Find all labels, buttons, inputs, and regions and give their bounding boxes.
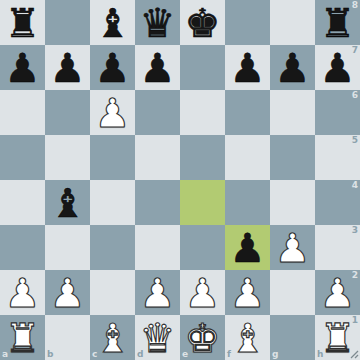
piece-black-pawn[interactable]: ♟ <box>270 45 315 90</box>
square-b8[interactable] <box>45 0 90 45</box>
piece-black-pawn[interactable]: ♟ <box>135 45 180 90</box>
square-c8[interactable]: ♝ <box>90 0 135 45</box>
square-f7[interactable]: ♟ <box>225 45 270 90</box>
piece-white-rook[interactable]: ♜ <box>0 315 45 360</box>
square-d2[interactable]: ♟ <box>135 270 180 315</box>
square-f4[interactable] <box>225 180 270 225</box>
square-e1[interactable]: ♚e <box>180 315 225 360</box>
file-label-g: g <box>272 350 278 359</box>
rank-label-5: 5 <box>352 136 358 145</box>
square-h7[interactable]: ♟7 <box>315 45 360 90</box>
piece-white-pawn[interactable]: ♟ <box>90 90 135 135</box>
square-c2[interactable] <box>90 270 135 315</box>
piece-black-rook[interactable]: ♜ <box>315 0 360 45</box>
square-h4[interactable]: 4 <box>315 180 360 225</box>
piece-white-pawn[interactable]: ♟ <box>45 270 90 315</box>
square-h8[interactable]: ♜8 <box>315 0 360 45</box>
square-e3[interactable] <box>180 225 225 270</box>
piece-white-pawn[interactable]: ♟ <box>135 270 180 315</box>
square-e8[interactable]: ♚ <box>180 0 225 45</box>
square-g1[interactable]: g <box>270 315 315 360</box>
square-g6[interactable] <box>270 90 315 135</box>
piece-white-pawn[interactable]: ♟ <box>315 270 360 315</box>
square-a2[interactable]: ♟ <box>0 270 45 315</box>
square-a6[interactable] <box>0 90 45 135</box>
square-a8[interactable]: ♜ <box>0 0 45 45</box>
square-h5[interactable]: 5 <box>315 135 360 180</box>
square-f8[interactable] <box>225 0 270 45</box>
square-e4[interactable] <box>180 180 225 225</box>
square-f2[interactable]: ♟ <box>225 270 270 315</box>
piece-black-pawn[interactable]: ♟ <box>225 225 270 270</box>
piece-white-pawn[interactable]: ♟ <box>0 270 45 315</box>
square-g2[interactable] <box>270 270 315 315</box>
piece-white-king[interactable]: ♚ <box>180 315 225 360</box>
square-c7[interactable]: ♟ <box>90 45 135 90</box>
square-c4[interactable] <box>90 180 135 225</box>
square-a7[interactable]: ♟ <box>0 45 45 90</box>
square-b5[interactable] <box>45 135 90 180</box>
square-a1[interactable]: ♜a <box>0 315 45 360</box>
piece-black-bishop[interactable]: ♝ <box>45 180 90 225</box>
square-b3[interactable] <box>45 225 90 270</box>
square-b4[interactable]: ♝ <box>45 180 90 225</box>
piece-black-pawn[interactable]: ♟ <box>45 45 90 90</box>
square-c1[interactable]: ♝c <box>90 315 135 360</box>
square-a3[interactable] <box>0 225 45 270</box>
square-b6[interactable] <box>45 90 90 135</box>
square-g3[interactable]: ♟ <box>270 225 315 270</box>
square-b1[interactable]: b <box>45 315 90 360</box>
square-c3[interactable] <box>90 225 135 270</box>
square-h3[interactable]: 3 <box>315 225 360 270</box>
square-g5[interactable] <box>270 135 315 180</box>
square-f6[interactable] <box>225 90 270 135</box>
square-d6[interactable] <box>135 90 180 135</box>
square-c6[interactable]: ♟ <box>90 90 135 135</box>
piece-black-pawn[interactable]: ♟ <box>0 45 45 90</box>
square-b2[interactable]: ♟ <box>45 270 90 315</box>
square-d1[interactable]: ♛d <box>135 315 180 360</box>
square-g4[interactable] <box>270 180 315 225</box>
piece-white-bishop[interactable]: ♝ <box>225 315 270 360</box>
piece-black-pawn[interactable]: ♟ <box>315 45 360 90</box>
square-c5[interactable] <box>90 135 135 180</box>
square-g7[interactable]: ♟ <box>270 45 315 90</box>
square-f5[interactable] <box>225 135 270 180</box>
square-h2[interactable]: ♟2 <box>315 270 360 315</box>
file-label-b: b <box>47 350 53 359</box>
rank-label-6: 6 <box>352 91 358 100</box>
square-d3[interactable] <box>135 225 180 270</box>
piece-black-rook[interactable]: ♜ <box>0 0 45 45</box>
square-d5[interactable] <box>135 135 180 180</box>
piece-black-pawn[interactable]: ♟ <box>90 45 135 90</box>
square-e2[interactable]: ♟ <box>180 270 225 315</box>
square-g8[interactable] <box>270 0 315 45</box>
piece-black-bishop[interactable]: ♝ <box>90 0 135 45</box>
square-f3[interactable]: ♟ <box>225 225 270 270</box>
square-d7[interactable]: ♟ <box>135 45 180 90</box>
board-resize-handle[interactable] <box>349 349 359 359</box>
piece-white-pawn[interactable]: ♟ <box>270 225 315 270</box>
square-a4[interactable] <box>0 180 45 225</box>
square-d8[interactable]: ♛ <box>135 0 180 45</box>
rank-label-4: 4 <box>352 181 358 190</box>
square-f1[interactable]: ♝f <box>225 315 270 360</box>
piece-white-pawn[interactable]: ♟ <box>225 270 270 315</box>
square-a5[interactable] <box>0 135 45 180</box>
piece-black-pawn[interactable]: ♟ <box>225 45 270 90</box>
piece-black-queen[interactable]: ♛ <box>135 0 180 45</box>
rank-label-3: 3 <box>352 226 358 235</box>
piece-white-queen[interactable]: ♛ <box>135 315 180 360</box>
chess-board: ♜♝♛♚♜8♟♟♟♟♟♟♟7♟65♝4♟♟3♟♟♟♟♟♟2♜ab♝c♛d♚e♝f… <box>0 0 360 360</box>
square-e6[interactable] <box>180 90 225 135</box>
piece-black-king[interactable]: ♚ <box>180 0 225 45</box>
square-h6[interactable]: 6 <box>315 90 360 135</box>
square-d4[interactable] <box>135 180 180 225</box>
square-b7[interactable]: ♟ <box>45 45 90 90</box>
piece-white-pawn[interactable]: ♟ <box>180 270 225 315</box>
square-e5[interactable] <box>180 135 225 180</box>
square-e7[interactable] <box>180 45 225 90</box>
piece-white-bishop[interactable]: ♝ <box>90 315 135 360</box>
